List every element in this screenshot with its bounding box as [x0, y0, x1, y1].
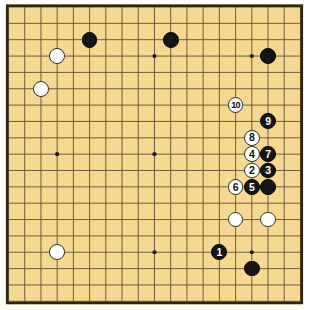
black-stone-move-1: 1	[211, 244, 227, 260]
black-stone	[260, 179, 276, 195]
move-number-label: 2	[249, 165, 255, 176]
black-stone-move-9: 9	[260, 113, 276, 129]
move-number-label: 6	[233, 181, 239, 192]
move-number-label: 4	[249, 148, 255, 159]
stones-layer: 10984723651	[0, 0, 308, 310]
white-stone-move-10: 10	[228, 97, 244, 113]
white-stone-move-6: 6	[228, 179, 244, 195]
black-stone	[244, 261, 260, 277]
black-stone	[260, 48, 276, 64]
white-stone-move-4: 4	[244, 146, 260, 162]
white-stone	[49, 48, 65, 64]
move-number-label: 9	[265, 116, 271, 127]
black-stone-move-3: 3	[260, 163, 276, 179]
white-stone	[33, 81, 49, 97]
black-stone-move-5: 5	[244, 179, 260, 195]
white-stone	[228, 212, 244, 228]
black-stone	[163, 32, 179, 48]
move-number-label: 10	[231, 100, 239, 109]
move-number-label: 7	[265, 148, 271, 159]
white-stone-move-8: 8	[244, 130, 260, 146]
white-stone-move-2: 2	[244, 163, 260, 179]
move-number-label: 5	[249, 181, 255, 192]
black-stone-move-7: 7	[260, 146, 276, 162]
white-stone	[260, 212, 276, 228]
move-number-label: 3	[265, 165, 271, 176]
go-board-diagram: 10984723651	[0, 0, 309, 310]
move-number-label: 1	[217, 246, 223, 257]
move-number-label: 8	[249, 132, 255, 143]
white-stone	[49, 244, 65, 260]
black-stone	[82, 32, 98, 48]
